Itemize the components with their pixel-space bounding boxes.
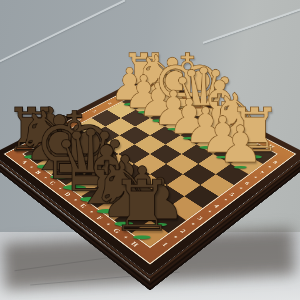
- dark-rook-icon: ♜: [80, 174, 204, 238]
- piece-dark-rook[interactable]: ♜: [80, 174, 204, 239]
- light-pawn-icon: ♟: [186, 121, 295, 168]
- scene: ♜♞♝♚♛♝♞♜♟♟♟♟♟♟♟♟♟♟♟♟♟♟♟♟♜♞♝♚♛♝♞♜ AA88BB7…: [0, 0, 300, 300]
- piece-light-pawn[interactable]: ♟: [186, 121, 295, 168]
